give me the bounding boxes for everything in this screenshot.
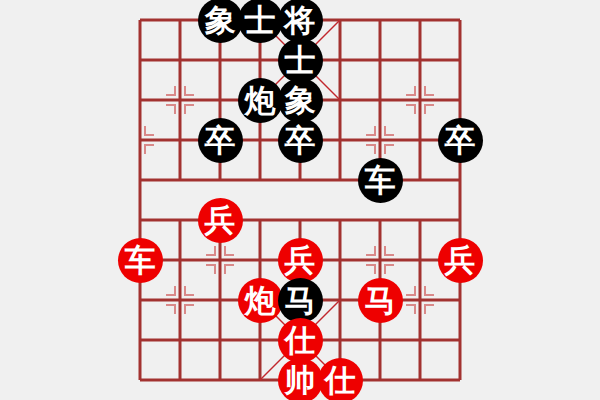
- piece-black-general[interactable]: 将: [278, 0, 323, 43]
- piece-black-advisor[interactable]: 士: [278, 38, 323, 83]
- piece-red-cannon[interactable]: 炮: [238, 278, 283, 323]
- piece-black-soldier[interactable]: 卒: [198, 118, 243, 163]
- piece-black-elephant[interactable]: 象: [278, 78, 323, 123]
- piece-black-soldier[interactable]: 卒: [278, 118, 323, 163]
- piece-black-advisor[interactable]: 士: [238, 0, 283, 43]
- piece-black-elephant[interactable]: 象: [198, 0, 243, 43]
- piece-black-horse[interactable]: 马: [278, 278, 323, 323]
- piece-red-soldier[interactable]: 兵: [198, 198, 243, 243]
- board-grid: 象士将士炮象卒卒卒车兵车兵兵炮马马仕帅仕: [120, 0, 480, 400]
- piece-red-chariot[interactable]: 车: [118, 238, 163, 283]
- piece-red-horse[interactable]: 马: [358, 278, 403, 323]
- piece-red-advisor[interactable]: 仕: [318, 358, 363, 400]
- xiangqi-screen: 象士将士炮象卒卒卒车兵车兵兵炮马马仕帅仕: [0, 0, 600, 400]
- piece-black-soldier[interactable]: 卒: [438, 118, 483, 163]
- piece-black-chariot[interactable]: 车: [358, 158, 403, 203]
- piece-black-cannon[interactable]: 炮: [238, 78, 283, 123]
- piece-red-soldier[interactable]: 兵: [278, 238, 323, 283]
- piece-red-advisor[interactable]: 仕: [278, 318, 323, 363]
- piece-red-soldier[interactable]: 兵: [438, 238, 483, 283]
- piece-red-general[interactable]: 帅: [278, 358, 323, 400]
- xiangqi-board: 象士将士炮象卒卒卒车兵车兵兵炮马马仕帅仕: [140, 20, 460, 380]
